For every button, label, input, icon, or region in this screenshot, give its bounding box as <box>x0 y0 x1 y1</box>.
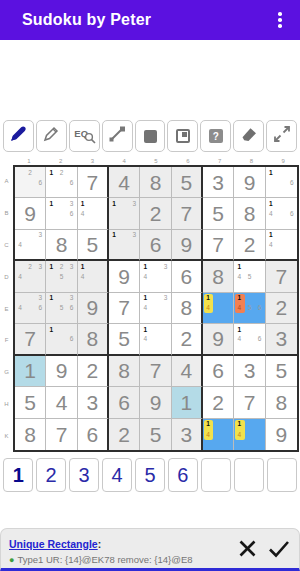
candidate-6: 6 <box>67 177 77 187</box>
digit: 7 <box>212 234 224 255</box>
cell-H7[interactable]: 2 <box>203 387 234 418</box>
eraser-tool-button[interactable] <box>233 120 264 152</box>
digit: 3 <box>180 424 192 445</box>
cell-K2[interactable]: 7 <box>46 419 77 450</box>
digit: 2 <box>244 234 256 255</box>
digit: 9 <box>118 266 130 287</box>
numpad-key-4[interactable]: 4 <box>102 458 132 492</box>
digit: 9 <box>212 328 224 349</box>
candidate-4: 4 <box>234 271 244 281</box>
col-label-1: 1 <box>13 155 45 165</box>
candidate-6: 6 <box>67 209 77 219</box>
digit: 7 <box>244 392 256 413</box>
digit: 5 <box>86 234 98 255</box>
candidate-1: 1 <box>78 198 88 208</box>
row-labels: ABCDEFGHK <box>0 165 13 452</box>
col-label-2: 2 <box>45 155 77 165</box>
candidate-1: 1 <box>46 198 56 208</box>
cell-C9[interactable]: 14 <box>266 230 297 261</box>
cell-B2[interactable]: 136 <box>46 198 77 229</box>
candidate-4: 4 <box>140 303 150 313</box>
cell-K8[interactable]: 14 <box>234 419 265 450</box>
digit: 6 <box>150 234 162 255</box>
cell-D8[interactable]: 145 <box>234 261 265 292</box>
cell-C4[interactable]: 13 <box>109 230 140 261</box>
cell-E9[interactable]: 2 <box>266 293 297 324</box>
numpad-key-6[interactable]: 6 <box>168 458 198 492</box>
cell-D7[interactable]: 8 <box>203 261 234 292</box>
digit: 2 <box>86 360 98 381</box>
cell-C5[interactable]: 6 <box>140 230 171 261</box>
numpad-key-empty-7[interactable] <box>201 458 231 492</box>
candidate-4: 4 <box>140 334 150 344</box>
candidate-3: 3 <box>67 293 77 303</box>
digit: 5 <box>212 203 224 224</box>
expand-arrows-icon <box>272 124 292 148</box>
candidate-4: 4 <box>266 240 276 250</box>
numpad-key-empty-8[interactable] <box>234 458 264 492</box>
toolbar: EQ ? <box>0 120 300 152</box>
pen-icon <box>8 124 28 148</box>
candidate-6: 6 <box>67 303 77 313</box>
digit: 8 <box>56 234 68 255</box>
candidate-3: 3 <box>35 261 45 271</box>
candidate-4: 4 <box>15 240 25 250</box>
col-label-8: 8 <box>235 155 267 165</box>
cell-C2[interactable]: 8 <box>46 230 77 261</box>
digit: 7 <box>56 424 68 445</box>
hint-strategy-link[interactable]: Unique Rectangle <box>9 538 98 550</box>
candidate-4: 4 <box>234 303 244 313</box>
candidate-4: 4 <box>234 429 244 439</box>
hint-detail-text: Type1 UR: {14}@EK78 remove: {14}@E8 <box>17 554 192 565</box>
filled-square-icon <box>144 130 157 143</box>
cell-F9[interactable]: 3 <box>266 324 297 355</box>
cell-H3[interactable]: 3 <box>78 387 109 418</box>
hint-colon: : <box>98 538 102 550</box>
cell-E6[interactable]: 8 <box>172 293 203 324</box>
digit: 6 <box>118 392 130 413</box>
cell-D5[interactable]: 134 <box>140 261 171 292</box>
digit: 7 <box>24 328 36 349</box>
eraser-icon <box>239 124 259 148</box>
cell-E8[interactable]: 1456 <box>234 293 265 324</box>
row-label-C: C <box>0 229 13 261</box>
candidate-6: 6 <box>287 177 297 187</box>
cell-H8[interactable]: 7 <box>234 387 265 418</box>
candidate-1: 1 <box>46 167 56 177</box>
candidate-6: 6 <box>255 334 265 344</box>
corner-mark-tool-button[interactable] <box>167 120 198 152</box>
cell-B7[interactable]: 5 <box>203 198 234 229</box>
digit: 1 <box>180 392 192 413</box>
candidate-2: 2 <box>56 167 66 177</box>
cell-H4[interactable]: 6 <box>109 387 140 418</box>
cell-A3[interactable]: 7 <box>78 167 109 198</box>
row-label-A: A <box>0 165 13 197</box>
pencil-tool-button[interactable] <box>36 120 67 152</box>
cell-F4[interactable]: 5 <box>109 324 140 355</box>
cell-F5[interactable]: 14 <box>140 324 171 355</box>
digit: 4 <box>180 360 192 381</box>
candidate-1: 1 <box>78 261 88 271</box>
pencil-icon <box>41 124 61 148</box>
candidate-1: 1 <box>140 261 150 271</box>
candidate-1: 1 <box>109 198 119 208</box>
cell-G9[interactable]: 5 <box>266 356 297 387</box>
numpad-key-2[interactable]: 2 <box>36 458 66 492</box>
digit: 6 <box>86 424 98 445</box>
candidate-6: 6 <box>67 334 77 344</box>
candidate-1: 1 <box>266 167 276 177</box>
cell-G5[interactable]: 7 <box>140 356 171 387</box>
digit: 7 <box>275 266 287 287</box>
candidate-3: 3 <box>35 293 45 303</box>
candidate-3: 3 <box>67 198 77 208</box>
cell-D1[interactable]: 234 <box>15 261 46 292</box>
digit: 8 <box>244 203 256 224</box>
row-label-D: D <box>0 261 13 293</box>
cell-F1[interactable]: 7 <box>15 324 46 355</box>
question-icon: ? <box>209 129 223 143</box>
candidate-3: 3 <box>129 230 139 240</box>
pen-tool-button[interactable] <box>3 120 34 152</box>
row-label-H: H <box>0 388 13 420</box>
hint-tool-button[interactable]: ? <box>200 120 231 152</box>
candidate-1: 1 <box>234 261 244 271</box>
candidate-6: 6 <box>255 303 265 313</box>
cell-B9[interactable]: 146 <box>266 198 297 229</box>
cell-D6[interactable]: 6 <box>172 261 203 292</box>
digit: 8 <box>118 360 130 381</box>
digit: 8 <box>275 392 287 413</box>
cell-A2[interactable]: 126 <box>46 167 77 198</box>
digit: 9 <box>244 172 256 193</box>
digit: 4 <box>56 392 68 413</box>
digit: 9 <box>24 203 36 224</box>
cell-F3[interactable]: 8 <box>78 324 109 355</box>
digit: 3 <box>275 328 287 349</box>
cell-B1[interactable]: 9 <box>15 198 46 229</box>
digit: 2 <box>275 297 287 318</box>
check-icon[interactable] <box>267 538 291 563</box>
digit: 7 <box>118 297 130 318</box>
digit: 9 <box>275 424 287 445</box>
cell-E1[interactable]: 346 <box>15 293 46 324</box>
digit: 7 <box>86 172 98 193</box>
candidate-4: 4 <box>203 303 213 313</box>
cell-K9[interactable]: 9 <box>266 419 297 450</box>
cell-E3[interactable]: 9 <box>78 293 109 324</box>
cell-K7[interactable]: 14 <box>203 419 234 450</box>
kebab-menu-icon[interactable] <box>273 9 287 31</box>
row-label-K: K <box>0 420 13 452</box>
digit: 5 <box>118 328 130 349</box>
digit: 7 <box>180 203 192 224</box>
cell-H9[interactable]: 8 <box>266 387 297 418</box>
row-label-F: F <box>0 324 13 356</box>
candidate-5: 5 <box>244 303 254 313</box>
cell-G2[interactable]: 9 <box>46 356 77 387</box>
cell-A8[interactable]: 9 <box>234 167 265 198</box>
cell-D2[interactable]: 1235 <box>46 261 77 292</box>
candidate-1: 1 <box>266 230 276 240</box>
hint-panel: Unique Rectangle: ●Type1 UR: {14}@EK78 r… <box>0 528 300 571</box>
row-label-B: B <box>0 197 13 229</box>
col-label-9: 9 <box>267 155 299 165</box>
digit: 5 <box>150 424 162 445</box>
sudoku-board: 123456789 ABCDEFGHK 26126748539169136141… <box>0 155 300 452</box>
cell-G4[interactable]: 8 <box>109 356 140 387</box>
hint-title-line: Unique Rectangle: <box>9 534 227 552</box>
candidate-1: 1 <box>234 293 244 303</box>
cell-K1[interactable]: 8 <box>15 419 46 450</box>
candidate-4: 4 <box>140 271 150 281</box>
cell-G8[interactable]: 3 <box>234 356 265 387</box>
cell-B3[interactable]: 14 <box>78 198 109 229</box>
candidate-5: 5 <box>244 271 254 281</box>
candidate-1: 1 <box>46 261 56 271</box>
row-label-G: G <box>0 356 13 388</box>
cell-E7[interactable]: 14 <box>203 293 234 324</box>
analyze-tool-button[interactable]: EQ <box>69 120 100 152</box>
cell-C3[interactable]: 5 <box>78 230 109 261</box>
numpad-key-5[interactable]: 5 <box>135 458 165 492</box>
digit: 5 <box>24 392 36 413</box>
cell-H2[interactable]: 4 <box>46 387 77 418</box>
cell-H6[interactable]: 1 <box>172 387 203 418</box>
bullet-icon: ● <box>9 555 14 565</box>
cell-K3[interactable]: 6 <box>78 419 109 450</box>
col-label-7: 7 <box>204 155 236 165</box>
candidate-3: 3 <box>161 293 171 303</box>
digit: 6 <box>212 360 224 381</box>
digit: 2 <box>212 392 224 413</box>
numpad-key-empty-9[interactable] <box>267 458 297 492</box>
cell-K5[interactable]: 5 <box>140 419 171 450</box>
cell-B6[interactable]: 7 <box>172 198 203 229</box>
cell-G1[interactable]: 1 <box>15 356 46 387</box>
cell-A1[interactable]: 26 <box>15 167 46 198</box>
sudoku-grid: 2612674853916913614132758146348513697214… <box>13 165 299 452</box>
cell-F7[interactable]: 9 <box>203 324 234 355</box>
candidate-4: 4 <box>15 271 25 281</box>
digit: 9 <box>150 392 162 413</box>
cell-D4[interactable]: 9 <box>109 261 140 292</box>
digit: 9 <box>180 234 192 255</box>
search-eq-icon <box>84 130 96 148</box>
cell-C6[interactable]: 9 <box>172 230 203 261</box>
cell-C7[interactable]: 7 <box>203 230 234 261</box>
digit: 5 <box>180 172 192 193</box>
candidate-1: 1 <box>140 293 150 303</box>
candidate-4: 4 <box>15 303 25 313</box>
digit: 3 <box>244 360 256 381</box>
cell-B8[interactable]: 8 <box>234 198 265 229</box>
chain-tool-button[interactable] <box>102 120 133 152</box>
app-title: Sudoku by Peter <box>0 11 151 29</box>
candidate-2: 2 <box>25 261 35 271</box>
digit: 7 <box>150 360 162 381</box>
candidate-5: 5 <box>56 303 66 313</box>
cell-E2[interactable]: 1356 <box>46 293 77 324</box>
digit: 9 <box>86 297 98 318</box>
candidate-4: 4 <box>203 429 213 439</box>
cell-A4[interactable]: 4 <box>109 167 140 198</box>
digit: 4 <box>118 172 130 193</box>
candidate-4: 4 <box>234 334 244 344</box>
candidate-1: 1 <box>46 324 56 334</box>
cell-D9[interactable]: 7 <box>266 261 297 292</box>
candidate-1: 1 <box>234 419 244 429</box>
candidate-1: 1 <box>140 324 150 334</box>
app-header: Sudoku by Peter <box>0 0 300 40</box>
close-icon[interactable] <box>237 538 258 563</box>
cell-H1[interactable]: 5 <box>15 387 46 418</box>
numpad-key-1[interactable]: 1 <box>3 458 33 492</box>
digit: 5 <box>275 360 287 381</box>
color-fill-tool-button[interactable] <box>135 120 166 152</box>
digit: 8 <box>150 172 162 193</box>
digit: 6 <box>180 266 192 287</box>
candidate-1: 1 <box>109 230 119 240</box>
cell-E5[interactable]: 134 <box>140 293 171 324</box>
digit: 9 <box>56 360 68 381</box>
candidate-3: 3 <box>67 261 77 271</box>
digit: 3 <box>86 392 98 413</box>
candidate-6: 6 <box>287 209 297 219</box>
candidate-6: 6 <box>35 177 45 187</box>
cell-A5[interactable]: 8 <box>140 167 171 198</box>
cell-E4[interactable]: 7 <box>109 293 140 324</box>
cell-A7[interactable]: 3 <box>203 167 234 198</box>
candidate-4: 4 <box>78 209 88 219</box>
digit: 8 <box>86 328 98 349</box>
digit: 8 <box>212 266 224 287</box>
corner-square-icon <box>176 129 190 143</box>
cell-C1[interactable]: 34 <box>15 230 46 261</box>
digit: 2 <box>180 328 192 349</box>
cell-G3[interactable]: 2 <box>78 356 109 387</box>
cell-F8[interactable]: 146 <box>234 324 265 355</box>
digit: 2 <box>150 203 162 224</box>
cell-K4[interactable]: 2 <box>109 419 140 450</box>
col-label-3: 3 <box>77 155 109 165</box>
cell-G7[interactable]: 6 <box>203 356 234 387</box>
column-labels: 123456789 <box>13 155 299 165</box>
col-label-6: 6 <box>172 155 204 165</box>
digit: 8 <box>24 424 36 445</box>
cell-F2[interactable]: 16 <box>46 324 77 355</box>
candidate-3: 3 <box>129 198 139 208</box>
cell-B5[interactable]: 2 <box>140 198 171 229</box>
candidate-1: 1 <box>46 293 56 303</box>
sudoku-app: Sudoku by Peter EQ <box>0 0 300 571</box>
col-label-5: 5 <box>140 155 172 165</box>
row-label-E: E <box>0 293 13 325</box>
candidate-4: 4 <box>78 271 88 281</box>
digit: 2 <box>118 424 130 445</box>
candidate-3: 3 <box>161 261 171 271</box>
cell-H5[interactable]: 9 <box>140 387 171 418</box>
digit: 8 <box>180 297 192 318</box>
col-label-4: 4 <box>108 155 140 165</box>
digit: 1 <box>24 360 36 381</box>
cell-B4[interactable]: 13 <box>109 198 140 229</box>
candidate-1: 1 <box>234 324 244 334</box>
cell-K6[interactable]: 3 <box>172 419 203 450</box>
cell-G6[interactable]: 4 <box>172 356 203 387</box>
candidate-6: 6 <box>35 303 45 313</box>
number-pad: 123456 <box>0 458 300 492</box>
cell-A6[interactable]: 5 <box>172 167 203 198</box>
candidate-4: 4 <box>266 209 276 219</box>
numpad-key-3[interactable]: 3 <box>69 458 99 492</box>
cell-A9[interactable]: 16 <box>266 167 297 198</box>
candidate-1: 1 <box>203 293 213 303</box>
cell-D3[interactable]: 14 <box>78 261 109 292</box>
cell-F6[interactable]: 2 <box>172 324 203 355</box>
candidate-3: 3 <box>35 230 45 240</box>
candidate-2: 2 <box>56 261 66 271</box>
candidate-5: 5 <box>56 271 66 281</box>
chain-icon <box>107 124 127 148</box>
candidate-1: 1 <box>266 198 276 208</box>
digit: 3 <box>212 172 224 193</box>
expand-tool-button[interactable] <box>266 120 297 152</box>
candidate-2: 2 <box>25 167 35 177</box>
cell-C8[interactable]: 2 <box>234 230 265 261</box>
hint-detail-line: ●Type1 UR: {14}@EK78 remove: {14}@E8 <box>9 554 227 565</box>
candidate-1: 1 <box>203 419 213 429</box>
